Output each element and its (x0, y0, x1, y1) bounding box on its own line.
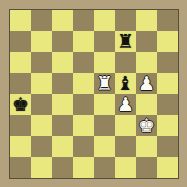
square-h4[interactable] (157, 94, 178, 115)
square-c4[interactable] (52, 94, 73, 115)
square-a8[interactable] (10, 10, 31, 31)
square-f5[interactable]: ♝ (115, 73, 136, 94)
square-f2[interactable] (115, 136, 136, 157)
square-h2[interactable] (157, 136, 178, 157)
square-b8[interactable] (31, 10, 52, 31)
black-rook-piece[interactable]: ♜ (117, 31, 134, 52)
square-a7[interactable] (10, 31, 31, 52)
chess-board: ♜♜♝♟♚♟♚ (9, 9, 179, 179)
square-e3[interactable] (94, 115, 115, 136)
square-c8[interactable] (52, 10, 73, 31)
square-h8[interactable] (157, 10, 178, 31)
square-e4[interactable] (94, 94, 115, 115)
square-c6[interactable] (52, 52, 73, 73)
square-g1[interactable] (136, 157, 157, 178)
square-e5[interactable]: ♜ (94, 73, 115, 94)
square-d8[interactable] (73, 10, 94, 31)
white-rook-piece[interactable]: ♜ (96, 73, 113, 94)
square-e8[interactable] (94, 10, 115, 31)
square-a2[interactable] (10, 136, 31, 157)
square-d1[interactable] (73, 157, 94, 178)
square-h5[interactable] (157, 73, 178, 94)
white-king-piece[interactable]: ♚ (138, 115, 155, 136)
square-h7[interactable] (157, 31, 178, 52)
square-e2[interactable] (94, 136, 115, 157)
square-g8[interactable] (136, 10, 157, 31)
square-b2[interactable] (31, 136, 52, 157)
square-f3[interactable] (115, 115, 136, 136)
square-d2[interactable] (73, 136, 94, 157)
square-d7[interactable] (73, 31, 94, 52)
square-c5[interactable] (52, 73, 73, 94)
square-a4[interactable]: ♚ (10, 94, 31, 115)
square-b1[interactable] (31, 157, 52, 178)
square-a3[interactable] (10, 115, 31, 136)
white-pawn-piece[interactable]: ♟ (138, 73, 155, 94)
square-h3[interactable] (157, 115, 178, 136)
square-d4[interactable] (73, 94, 94, 115)
black-bishop-piece[interactable]: ♝ (117, 73, 134, 94)
square-b3[interactable] (31, 115, 52, 136)
white-pawn-piece[interactable]: ♟ (117, 94, 134, 115)
square-f6[interactable] (115, 52, 136, 73)
square-e7[interactable] (94, 31, 115, 52)
square-g4[interactable] (136, 94, 157, 115)
square-d6[interactable] (73, 52, 94, 73)
square-c3[interactable] (52, 115, 73, 136)
square-g3[interactable]: ♚ (136, 115, 157, 136)
square-b7[interactable] (31, 31, 52, 52)
square-c7[interactable] (52, 31, 73, 52)
square-f4[interactable]: ♟ (115, 94, 136, 115)
square-d5[interactable] (73, 73, 94, 94)
square-c1[interactable] (52, 157, 73, 178)
square-d3[interactable] (73, 115, 94, 136)
square-b6[interactable] (31, 52, 52, 73)
square-b5[interactable] (31, 73, 52, 94)
square-g7[interactable] (136, 31, 157, 52)
square-b4[interactable] (31, 94, 52, 115)
square-g2[interactable] (136, 136, 157, 157)
square-g5[interactable]: ♟ (136, 73, 157, 94)
square-f7[interactable]: ♜ (115, 31, 136, 52)
square-g6[interactable] (136, 52, 157, 73)
square-f1[interactable] (115, 157, 136, 178)
square-a1[interactable] (10, 157, 31, 178)
square-e6[interactable] (94, 52, 115, 73)
square-e1[interactable] (94, 157, 115, 178)
square-c2[interactable] (52, 136, 73, 157)
square-a6[interactable] (10, 52, 31, 73)
square-f8[interactable] (115, 10, 136, 31)
square-h1[interactable] (157, 157, 178, 178)
square-a5[interactable] (10, 73, 31, 94)
square-h6[interactable] (157, 52, 178, 73)
black-king-piece[interactable]: ♚ (12, 94, 29, 115)
